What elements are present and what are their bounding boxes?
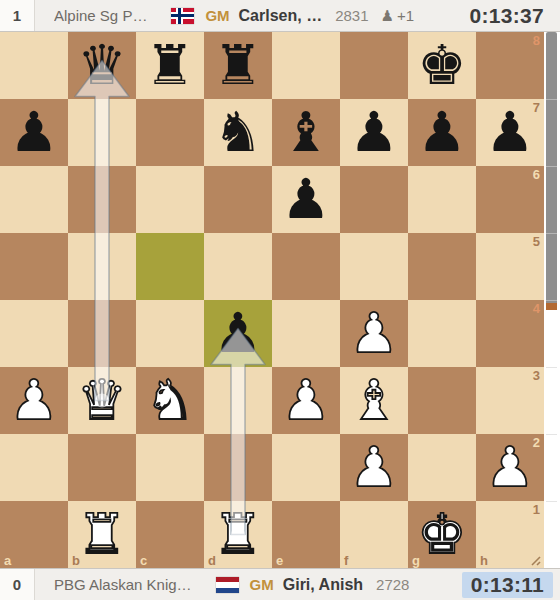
eval-gridline [546, 434, 557, 435]
evaluation-bar [546, 32, 557, 568]
square-a3[interactable]: ♟ [0, 367, 68, 434]
top-player-rating: 2831 [335, 7, 368, 24]
square-h5[interactable]: 5 [476, 233, 544, 300]
square-d4[interactable]: ♟ [204, 300, 272, 367]
top-team-name: Alpine Sg P… [54, 7, 147, 24]
square-d5[interactable] [204, 233, 272, 300]
square-e8[interactable] [272, 32, 340, 99]
square-e6[interactable]: ♟ [272, 166, 340, 233]
square-a7[interactable]: ♟ [0, 99, 68, 166]
chess-broadcast-window: 1 Alpine Sg P… GM Carlsen, … 2831 ♟ +1 0… [0, 0, 560, 600]
square-h2[interactable]: ♟2 [476, 434, 544, 501]
top-clock: 0:13:37 [461, 3, 553, 29]
rank-label-2: 2 [533, 435, 540, 450]
square-h8[interactable]: 8 [476, 32, 544, 99]
material-count: +1 [397, 7, 414, 24]
square-a2[interactable] [0, 434, 68, 501]
square-c8[interactable]: ♜ [136, 32, 204, 99]
square-a1[interactable]: a [0, 501, 68, 568]
square-f3[interactable]: ♝ [340, 367, 408, 434]
square-g2[interactable] [408, 434, 476, 501]
square-h7[interactable]: ♟7 [476, 99, 544, 166]
square-b1[interactable]: ♜b [68, 501, 136, 568]
square-e2[interactable] [272, 434, 340, 501]
piece-white-pawn-f2[interactable]: ♟ [340, 434, 408, 501]
square-c3[interactable]: ♞ [136, 367, 204, 434]
square-f8[interactable] [340, 32, 408, 99]
file-label-b: b [72, 553, 80, 568]
piece-black-queen-b8[interactable]: ♛ [68, 32, 136, 99]
piece-black-pawn-e6[interactable]: ♟ [272, 166, 340, 233]
top-player-name: Carlsen, … [239, 7, 323, 25]
square-h6[interactable]: 6 [476, 166, 544, 233]
piece-white-pawn-f4[interactable]: ♟ [340, 300, 408, 367]
square-d3[interactable] [204, 367, 272, 434]
rank-label-7: 7 [533, 100, 540, 115]
piece-white-pawn-a3[interactable]: ♟ [0, 367, 68, 434]
bottom-player-name: Giri, Anish [283, 576, 363, 594]
file-label-a: a [4, 553, 11, 568]
square-f5[interactable] [340, 233, 408, 300]
square-d1[interactable]: ♜d [204, 501, 272, 568]
piece-black-rook-d8[interactable]: ♜ [204, 32, 272, 99]
piece-white-pawn-e3[interactable]: ♟ [272, 367, 340, 434]
square-c2[interactable] [136, 434, 204, 501]
piece-black-bishop-e7[interactable]: ♝ [272, 99, 340, 166]
eval-gridline [546, 99, 557, 100]
square-h4[interactable]: 4 [476, 300, 544, 367]
square-g5[interactable] [408, 233, 476, 300]
square-e7[interactable]: ♝ [272, 99, 340, 166]
square-c6[interactable] [136, 166, 204, 233]
piece-black-pawn-d4[interactable]: ♟ [204, 300, 272, 367]
square-a8[interactable] [0, 32, 68, 99]
bottom-player-title: GM [250, 576, 274, 593]
rank-label-6: 6 [533, 167, 540, 182]
eval-gridline [546, 166, 557, 167]
square-c1[interactable]: c [136, 501, 204, 568]
square-f6[interactable] [340, 166, 408, 233]
eval-bar-black-portion [546, 32, 557, 306]
square-d7[interactable]: ♞ [204, 99, 272, 166]
square-g1[interactable]: ♚g [408, 501, 476, 568]
square-f7[interactable]: ♟ [340, 99, 408, 166]
piece-black-rook-c8[interactable]: ♜ [136, 32, 204, 99]
square-h3[interactable]: 3 [476, 367, 544, 434]
square-c4[interactable] [136, 300, 204, 367]
piece-black-pawn-a7[interactable]: ♟ [0, 99, 68, 166]
square-a4[interactable] [0, 300, 68, 367]
square-f2[interactable]: ♟ [340, 434, 408, 501]
norway-flag-icon [171, 8, 194, 24]
square-g3[interactable] [408, 367, 476, 434]
piece-black-pawn-g7[interactable]: ♟ [408, 99, 476, 166]
piece-black-pawn-f7[interactable]: ♟ [340, 99, 408, 166]
square-c5[interactable] [136, 233, 204, 300]
square-b3[interactable]: ♛ [68, 367, 136, 434]
bottom-team-name: PBG Alaskan Knig… [54, 576, 192, 593]
file-label-h: h [480, 553, 488, 568]
square-e4[interactable] [272, 300, 340, 367]
rank-label-8: 8 [533, 33, 540, 48]
eval-gridline [546, 367, 557, 368]
square-f1[interactable]: f [340, 501, 408, 568]
top-player-title: GM [205, 7, 229, 24]
eval-gridline [546, 300, 557, 301]
square-b5[interactable] [68, 233, 136, 300]
square-c7[interactable] [136, 99, 204, 166]
square-g4[interactable] [408, 300, 476, 367]
top-player-bar: 1 Alpine Sg P… GM Carlsen, … 2831 ♟ +1 0… [0, 0, 560, 32]
square-e3[interactable]: ♟ [272, 367, 340, 434]
resize-handle-icon[interactable] [529, 554, 541, 566]
netherlands-flag-icon [216, 577, 239, 593]
rank-label-4: 4 [533, 301, 540, 316]
eval-gridline [546, 233, 557, 234]
square-b6[interactable] [68, 166, 136, 233]
square-g7[interactable]: ♟ [408, 99, 476, 166]
square-d6[interactable] [204, 166, 272, 233]
bottom-clock: 0:13:11 [462, 572, 553, 598]
square-b4[interactable] [68, 300, 136, 367]
file-label-f: f [344, 553, 348, 568]
square-a5[interactable] [0, 233, 68, 300]
rank-label-1: 1 [533, 502, 540, 517]
top-match-score: 1 [0, 0, 35, 31]
square-g8[interactable]: ♚ [408, 32, 476, 99]
square-e5[interactable] [272, 233, 340, 300]
square-g6[interactable] [408, 166, 476, 233]
square-b7[interactable] [68, 99, 136, 166]
file-label-g: g [412, 553, 420, 568]
square-b8[interactable]: ♛ [68, 32, 136, 99]
file-label-d: d [208, 553, 216, 568]
file-label-e: e [276, 553, 283, 568]
bottom-player-rating: 2728 [376, 576, 409, 593]
square-f4[interactable]: ♟ [340, 300, 408, 367]
square-e1[interactable]: e [272, 501, 340, 568]
piece-black-knight-d7[interactable]: ♞ [204, 99, 272, 166]
board-area: ♛♜♜♚8♟♞♝♟♟♟7♟65♟♟4♟♛♞♟♝3♟♟2a♜bc♜def♚g1h [0, 32, 560, 568]
piece-black-king-g8[interactable]: ♚ [408, 32, 476, 99]
square-d8[interactable]: ♜ [204, 32, 272, 99]
piece-white-queen-b3[interactable]: ♛ [68, 367, 136, 434]
top-material-advantage: ♟ +1 [381, 7, 415, 25]
eval-marker [546, 303, 557, 310]
pawn-icon: ♟ [381, 7, 394, 25]
square-d2[interactable] [204, 434, 272, 501]
rank-label-3: 3 [533, 368, 540, 383]
piece-white-knight-c3[interactable]: ♞ [136, 367, 204, 434]
eval-gridline [546, 501, 557, 502]
rank-label-5: 5 [533, 234, 540, 249]
piece-white-bishop-f3[interactable]: ♝ [340, 367, 408, 434]
square-a6[interactable] [0, 166, 68, 233]
file-label-c: c [140, 553, 147, 568]
bottom-player-bar: 0 PBG Alaskan Knig… GM Giri, Anish 2728 … [0, 568, 560, 600]
chess-board: ♛♜♜♚8♟♞♝♟♟♟7♟65♟♟4♟♛♞♟♝3♟♟2a♜bc♜def♚g1h [0, 32, 544, 568]
bottom-match-score: 0 [0, 569, 35, 600]
square-b2[interactable] [68, 434, 136, 501]
